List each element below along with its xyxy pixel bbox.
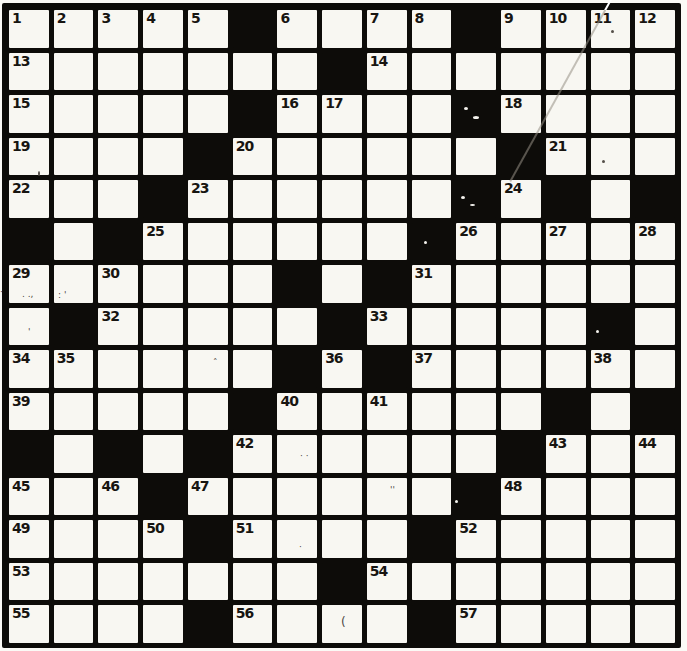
white-cell[interactable]: 39 bbox=[9, 393, 49, 431]
white-cell[interactable] bbox=[367, 95, 407, 133]
white-cell[interactable]: 31 bbox=[412, 265, 452, 303]
white-cell[interactable] bbox=[635, 605, 675, 643]
black-cell bbox=[501, 435, 541, 473]
white-cell[interactable] bbox=[546, 520, 586, 558]
white-cell[interactable] bbox=[322, 223, 362, 261]
white-cell[interactable]: 32 bbox=[98, 308, 138, 346]
white-cell[interactable] bbox=[277, 520, 317, 558]
white-cell[interactable] bbox=[98, 53, 138, 91]
clue-number: 52 bbox=[459, 520, 476, 536]
crossword-grid: 1234567891011121314151617181920212223242… bbox=[2, 3, 681, 648]
clue-number: 51 bbox=[236, 520, 253, 536]
white-cell[interactable] bbox=[635, 520, 675, 558]
white-cell[interactable]: 38 bbox=[591, 350, 631, 388]
clue-number: 8 bbox=[415, 10, 424, 26]
white-cell[interactable] bbox=[322, 605, 362, 643]
clue-number: 21 bbox=[549, 138, 566, 154]
white-cell[interactable] bbox=[322, 435, 362, 473]
white-cell[interactable] bbox=[54, 563, 94, 601]
white-cell[interactable]: 23 bbox=[188, 180, 228, 218]
white-cell[interactable] bbox=[233, 53, 273, 91]
white-cell[interactable] bbox=[143, 95, 183, 133]
white-cell[interactable] bbox=[591, 605, 631, 643]
white-cell[interactable] bbox=[635, 95, 675, 133]
black-cell bbox=[635, 393, 675, 431]
white-cell[interactable] bbox=[412, 95, 452, 133]
black-cell bbox=[188, 605, 228, 643]
black-cell bbox=[188, 520, 228, 558]
black-cell bbox=[591, 308, 631, 346]
clue-number: 16 bbox=[280, 95, 297, 111]
white-cell[interactable]: 29 bbox=[9, 265, 49, 303]
clue-number: 27 bbox=[549, 223, 566, 239]
white-cell[interactable] bbox=[322, 10, 362, 48]
white-cell[interactable] bbox=[635, 563, 675, 601]
white-cell[interactable]: 45 bbox=[9, 478, 49, 516]
white-cell[interactable] bbox=[233, 350, 273, 388]
clue-number: 40 bbox=[280, 393, 297, 409]
white-cell[interactable]: 51 bbox=[233, 520, 273, 558]
white-cell[interactable]: 42 bbox=[233, 435, 273, 473]
clue-number: 23 bbox=[191, 180, 208, 196]
white-cell[interactable] bbox=[98, 95, 138, 133]
black-cell bbox=[188, 138, 228, 176]
black-cell bbox=[9, 223, 49, 261]
white-cell[interactable] bbox=[233, 563, 273, 601]
white-cell[interactable] bbox=[591, 53, 631, 91]
white-cell[interactable] bbox=[591, 265, 631, 303]
white-cell[interactable]: 16 bbox=[277, 95, 317, 133]
black-cell bbox=[322, 308, 362, 346]
clue-number: 20 bbox=[236, 138, 253, 154]
clue-number: 12 bbox=[638, 10, 655, 26]
white-cell[interactable] bbox=[412, 53, 452, 91]
white-cell[interactable] bbox=[591, 95, 631, 133]
black-cell bbox=[456, 10, 496, 48]
white-cell[interactable] bbox=[98, 393, 138, 431]
white-cell[interactable] bbox=[635, 308, 675, 346]
white-cell[interactable]: 40 bbox=[277, 393, 317, 431]
clue-number: 7 bbox=[370, 10, 379, 26]
black-cell bbox=[456, 478, 496, 516]
white-cell[interactable] bbox=[322, 520, 362, 558]
clue-number: 29 bbox=[12, 265, 29, 281]
black-cell bbox=[233, 95, 273, 133]
white-cell[interactable] bbox=[412, 308, 452, 346]
white-cell[interactable]: 13 bbox=[9, 53, 49, 91]
white-cell[interactable]: 55 bbox=[9, 605, 49, 643]
white-cell[interactable]: 52 bbox=[456, 520, 496, 558]
clue-number: 22 bbox=[12, 180, 29, 196]
white-cell[interactable] bbox=[635, 265, 675, 303]
white-cell[interactable] bbox=[54, 520, 94, 558]
white-cell[interactable] bbox=[277, 563, 317, 601]
white-cell[interactable] bbox=[635, 478, 675, 516]
white-cell[interactable] bbox=[501, 265, 541, 303]
black-cell bbox=[322, 53, 362, 91]
white-cell[interactable]: 53 bbox=[9, 563, 49, 601]
white-cell[interactable] bbox=[54, 53, 94, 91]
white-cell[interactable] bbox=[188, 393, 228, 431]
clue-number: 54 bbox=[370, 563, 387, 579]
white-cell[interactable] bbox=[188, 265, 228, 303]
clue-number: 14 bbox=[370, 53, 387, 69]
white-cell[interactable] bbox=[98, 605, 138, 643]
white-cell[interactable] bbox=[277, 53, 317, 91]
white-cell[interactable] bbox=[143, 435, 183, 473]
clue-number: 9 bbox=[504, 10, 513, 26]
clue-number: 46 bbox=[101, 478, 118, 494]
white-cell[interactable]: 4 bbox=[143, 10, 183, 48]
white-cell[interactable]: 35 bbox=[54, 350, 94, 388]
white-cell[interactable] bbox=[9, 308, 49, 346]
black-cell bbox=[143, 478, 183, 516]
white-cell[interactable] bbox=[188, 223, 228, 261]
clue-number: 48 bbox=[504, 478, 521, 494]
clue-number: 6 bbox=[280, 10, 289, 26]
black-cell bbox=[412, 520, 452, 558]
white-cell[interactable] bbox=[98, 180, 138, 218]
clue-number: 50 bbox=[146, 520, 163, 536]
clue-number: 3 bbox=[101, 10, 110, 26]
black-cell bbox=[277, 265, 317, 303]
white-cell[interactable] bbox=[456, 563, 496, 601]
clue-number: 24 bbox=[504, 180, 521, 196]
white-cell[interactable] bbox=[591, 223, 631, 261]
white-cell[interactable] bbox=[501, 308, 541, 346]
clue-number: 35 bbox=[57, 350, 74, 366]
white-cell[interactable]: 37 bbox=[412, 350, 452, 388]
clue-number: 1 bbox=[12, 10, 21, 26]
clue-number: 56 bbox=[236, 605, 253, 621]
white-cell[interactable] bbox=[188, 308, 228, 346]
white-cell[interactable]: 54 bbox=[367, 563, 407, 601]
clue-number: 28 bbox=[638, 223, 655, 239]
white-cell[interactable]: 22 bbox=[9, 180, 49, 218]
white-cell[interactable] bbox=[367, 605, 407, 643]
clue-number: 4 bbox=[146, 10, 155, 26]
white-cell[interactable]: 2 bbox=[54, 10, 94, 48]
black-cell bbox=[98, 223, 138, 261]
white-cell[interactable] bbox=[635, 138, 675, 176]
white-cell[interactable]: 44 bbox=[635, 435, 675, 473]
white-cell[interactable] bbox=[456, 393, 496, 431]
white-cell[interactable] bbox=[591, 180, 631, 218]
white-cell[interactable] bbox=[277, 180, 317, 218]
white-cell[interactable] bbox=[456, 350, 496, 388]
white-cell[interactable] bbox=[233, 478, 273, 516]
white-cell[interactable]: 10 bbox=[546, 10, 586, 48]
white-cell[interactable]: 49 bbox=[9, 520, 49, 558]
white-cell[interactable] bbox=[54, 180, 94, 218]
clue-number: 38 bbox=[594, 350, 611, 366]
clue-number: 26 bbox=[459, 223, 476, 239]
white-cell[interactable] bbox=[143, 605, 183, 643]
white-cell[interactable]: 8 bbox=[412, 10, 452, 48]
white-cell[interactable] bbox=[322, 138, 362, 176]
clue-number: 43 bbox=[549, 435, 566, 451]
black-cell bbox=[501, 138, 541, 176]
white-cell[interactable] bbox=[591, 435, 631, 473]
clue-number: 13 bbox=[12, 53, 29, 69]
white-cell[interactable] bbox=[277, 138, 317, 176]
black-cell bbox=[322, 563, 362, 601]
scanned-newspaper-page: 1234567891011121314151617181920212223242… bbox=[0, 0, 687, 651]
white-cell[interactable]: 48 bbox=[501, 478, 541, 516]
white-cell[interactable]: 19 bbox=[9, 138, 49, 176]
white-cell[interactable]: 1 bbox=[9, 10, 49, 48]
clue-number: 55 bbox=[12, 605, 29, 621]
white-cell[interactable] bbox=[143, 53, 183, 91]
white-cell[interactable] bbox=[367, 180, 407, 218]
white-cell[interactable] bbox=[635, 53, 675, 91]
white-cell[interactable] bbox=[501, 605, 541, 643]
white-cell[interactable] bbox=[188, 563, 228, 601]
white-cell[interactable]: 57 bbox=[456, 605, 496, 643]
white-cell[interactable] bbox=[143, 563, 183, 601]
white-cell[interactable] bbox=[322, 393, 362, 431]
white-cell[interactable] bbox=[233, 308, 273, 346]
white-cell[interactable]: 9 bbox=[501, 10, 541, 48]
white-cell[interactable] bbox=[501, 563, 541, 601]
white-cell[interactable] bbox=[54, 95, 94, 133]
white-cell[interactable] bbox=[456, 138, 496, 176]
white-cell[interactable] bbox=[456, 308, 496, 346]
white-cell[interactable] bbox=[591, 563, 631, 601]
white-cell[interactable]: 46 bbox=[98, 478, 138, 516]
black-cell bbox=[546, 393, 586, 431]
white-cell[interactable] bbox=[456, 265, 496, 303]
clue-number: 34 bbox=[12, 350, 29, 366]
white-cell[interactable]: 28 bbox=[635, 223, 675, 261]
white-cell[interactable]: 27 bbox=[546, 223, 586, 261]
white-cell[interactable] bbox=[546, 95, 586, 133]
clue-number: 17 bbox=[325, 95, 342, 111]
clue-number: 36 bbox=[325, 350, 342, 366]
white-cell[interactable] bbox=[98, 138, 138, 176]
white-cell[interactable] bbox=[546, 605, 586, 643]
white-cell[interactable] bbox=[546, 265, 586, 303]
white-cell[interactable] bbox=[412, 563, 452, 601]
white-cell[interactable]: 18 bbox=[501, 95, 541, 133]
white-cell[interactable] bbox=[591, 138, 631, 176]
white-cell[interactable]: 7 bbox=[367, 10, 407, 48]
clue-number: 18 bbox=[504, 95, 521, 111]
white-cell[interactable]: 56 bbox=[233, 605, 273, 643]
white-cell[interactable] bbox=[54, 393, 94, 431]
white-cell[interactable] bbox=[98, 350, 138, 388]
white-cell[interactable] bbox=[412, 180, 452, 218]
white-cell[interactable] bbox=[635, 350, 675, 388]
clue-number: 33 bbox=[370, 308, 387, 324]
white-cell[interactable] bbox=[412, 393, 452, 431]
white-cell[interactable] bbox=[456, 53, 496, 91]
black-cell bbox=[456, 180, 496, 218]
clue-number: 31 bbox=[415, 265, 432, 281]
white-cell[interactable]: 43 bbox=[546, 435, 586, 473]
clue-number: 11 bbox=[594, 10, 611, 26]
clue-number: 44 bbox=[638, 435, 655, 451]
white-cell[interactable]: 33 bbox=[367, 308, 407, 346]
white-cell[interactable]: 21 bbox=[546, 138, 586, 176]
clue-number: 39 bbox=[12, 393, 29, 409]
white-cell[interactable] bbox=[501, 393, 541, 431]
white-cell[interactable]: 50 bbox=[143, 520, 183, 558]
white-cell[interactable] bbox=[456, 435, 496, 473]
white-cell[interactable]: 12 bbox=[635, 10, 675, 48]
white-cell[interactable]: 25 bbox=[143, 223, 183, 261]
white-cell[interactable] bbox=[143, 308, 183, 346]
white-cell[interactable] bbox=[188, 350, 228, 388]
white-cell[interactable]: 36 bbox=[322, 350, 362, 388]
white-cell[interactable]: 15 bbox=[9, 95, 49, 133]
white-cell[interactable] bbox=[501, 520, 541, 558]
white-cell[interactable] bbox=[591, 478, 631, 516]
white-cell[interactable] bbox=[277, 308, 317, 346]
white-cell[interactable] bbox=[501, 350, 541, 388]
black-cell bbox=[367, 265, 407, 303]
white-cell[interactable] bbox=[98, 563, 138, 601]
black-cell bbox=[412, 605, 452, 643]
black-cell bbox=[635, 180, 675, 218]
white-cell[interactable]: 11 bbox=[591, 10, 631, 48]
white-cell[interactable] bbox=[143, 393, 183, 431]
white-cell[interactable]: 30 bbox=[98, 265, 138, 303]
clue-number: 57 bbox=[459, 605, 476, 621]
white-cell[interactable] bbox=[322, 265, 362, 303]
clue-number: 10 bbox=[549, 10, 566, 26]
white-cell[interactable]: 34 bbox=[9, 350, 49, 388]
clue-number: 45 bbox=[12, 478, 29, 494]
black-cell bbox=[98, 435, 138, 473]
white-cell[interactable] bbox=[188, 53, 228, 91]
white-cell[interactable]: 26 bbox=[456, 223, 496, 261]
white-cell[interactable] bbox=[277, 223, 317, 261]
black-cell bbox=[233, 393, 273, 431]
white-cell[interactable] bbox=[54, 478, 94, 516]
white-cell[interactable] bbox=[501, 53, 541, 91]
black-cell bbox=[412, 223, 452, 261]
white-cell[interactable] bbox=[367, 435, 407, 473]
white-cell[interactable]: 47 bbox=[188, 478, 228, 516]
white-cell[interactable] bbox=[233, 180, 273, 218]
black-cell bbox=[233, 10, 273, 48]
white-cell[interactable] bbox=[277, 478, 317, 516]
black-cell bbox=[188, 435, 228, 473]
white-cell[interactable] bbox=[98, 520, 138, 558]
clue-number: 53 bbox=[12, 563, 29, 579]
white-cell[interactable] bbox=[412, 435, 452, 473]
white-cell[interactable] bbox=[546, 563, 586, 601]
clue-number: 30 bbox=[101, 265, 118, 281]
white-cell[interactable] bbox=[322, 180, 362, 218]
white-cell[interactable] bbox=[546, 478, 586, 516]
clue-number: 25 bbox=[146, 223, 163, 239]
white-cell[interactable] bbox=[546, 308, 586, 346]
white-cell[interactable] bbox=[54, 265, 94, 303]
white-cell[interactable] bbox=[143, 265, 183, 303]
white-cell[interactable]: 6 bbox=[277, 10, 317, 48]
white-cell[interactable] bbox=[143, 138, 183, 176]
white-cell[interactable] bbox=[277, 605, 317, 643]
clue-number: 47 bbox=[191, 478, 208, 494]
white-cell[interactable] bbox=[546, 350, 586, 388]
white-cell[interactable]: 3 bbox=[98, 10, 138, 48]
white-cell[interactable]: 24 bbox=[501, 180, 541, 218]
black-cell bbox=[143, 180, 183, 218]
white-cell[interactable] bbox=[367, 223, 407, 261]
white-cell[interactable]: 20 bbox=[233, 138, 273, 176]
white-cell[interactable] bbox=[412, 138, 452, 176]
clue-number: 37 bbox=[415, 350, 432, 366]
white-cell[interactable]: 5 bbox=[188, 10, 228, 48]
white-cell[interactable] bbox=[54, 138, 94, 176]
white-cell[interactable] bbox=[188, 95, 228, 133]
white-cell[interactable] bbox=[591, 393, 631, 431]
black-cell bbox=[456, 95, 496, 133]
clue-number: 41 bbox=[370, 393, 387, 409]
black-cell bbox=[54, 308, 94, 346]
white-cell[interactable] bbox=[367, 478, 407, 516]
black-cell bbox=[277, 350, 317, 388]
white-cell[interactable]: 17 bbox=[322, 95, 362, 133]
clue-number: 5 bbox=[191, 10, 200, 26]
clue-number: 32 bbox=[101, 308, 118, 324]
white-cell[interactable] bbox=[591, 520, 631, 558]
white-cell[interactable] bbox=[322, 478, 362, 516]
white-cell[interactable] bbox=[501, 223, 541, 261]
clue-number: 15 bbox=[12, 95, 29, 111]
white-cell[interactable] bbox=[367, 520, 407, 558]
clue-number: 2 bbox=[57, 10, 66, 26]
white-cell[interactable] bbox=[367, 138, 407, 176]
white-cell[interactable] bbox=[412, 478, 452, 516]
white-cell[interactable] bbox=[143, 350, 183, 388]
black-cell bbox=[367, 350, 407, 388]
black-cell bbox=[9, 435, 49, 473]
black-cell bbox=[546, 180, 586, 218]
white-cell[interactable]: 14 bbox=[367, 53, 407, 91]
white-cell[interactable] bbox=[233, 223, 273, 261]
white-cell[interactable] bbox=[54, 605, 94, 643]
clue-number: 19 bbox=[12, 138, 29, 154]
clue-number: 49 bbox=[12, 520, 29, 536]
white-cell[interactable] bbox=[54, 435, 94, 473]
white-cell[interactable]: 41 bbox=[367, 393, 407, 431]
white-cell[interactable] bbox=[233, 265, 273, 303]
white-cell[interactable] bbox=[277, 435, 317, 473]
white-cell[interactable] bbox=[54, 223, 94, 261]
clue-number: 42 bbox=[236, 435, 253, 451]
white-cell[interactable] bbox=[546, 53, 586, 91]
